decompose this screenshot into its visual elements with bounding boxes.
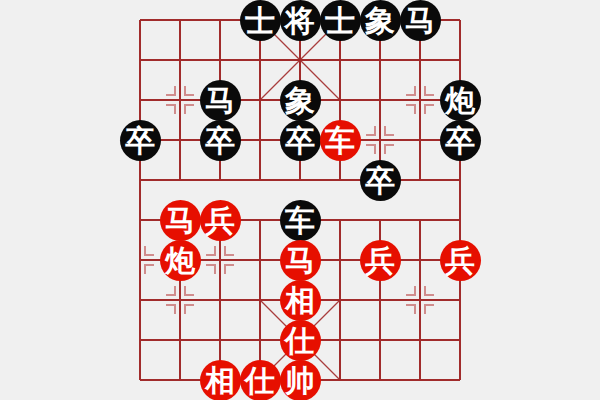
board-point[interactable]: 士	[240, 0, 280, 40]
red-soldier[interactable]: 兵	[440, 240, 481, 281]
black-cannon[interactable]: 炮	[440, 80, 481, 121]
board-point[interactable]: 卒	[440, 120, 480, 160]
board-point[interactable]: 兵	[360, 240, 400, 280]
board-point[interactable]: 车	[280, 200, 320, 240]
board-point[interactable]: 相	[200, 360, 240, 400]
black-soldier[interactable]: 卒	[120, 120, 161, 161]
black-chariot[interactable]: 车	[280, 200, 321, 241]
board-point[interactable]: 马	[400, 0, 440, 40]
black-general[interactable]: 将	[280, 0, 321, 41]
board-point[interactable]: 卒	[200, 120, 240, 160]
board-point[interactable]: 帅	[280, 360, 320, 400]
black-soldier[interactable]: 卒	[280, 120, 321, 161]
board-point[interactable]: 相	[280, 280, 320, 320]
red-chariot[interactable]: 车	[320, 120, 361, 161]
board-point[interactable]: 兵	[200, 200, 240, 240]
xiangqi-board: 士将士象马马象炮卒卒卒车卒卒马兵车炮马兵兵相仕相仕帅	[0, 0, 600, 400]
red-horse[interactable]: 马	[280, 240, 321, 281]
board-point[interactable]: 象	[360, 0, 400, 40]
black-elephant[interactable]: 象	[280, 80, 321, 121]
black-advisor[interactable]: 士	[320, 0, 361, 41]
board-point[interactable]: 卒	[280, 120, 320, 160]
black-horse[interactable]: 马	[200, 80, 241, 121]
red-cannon[interactable]: 炮	[160, 240, 201, 281]
red-soldier[interactable]: 兵	[200, 200, 241, 241]
board-point[interactable]: 兵	[440, 240, 480, 280]
board-point[interactable]: 士	[320, 0, 360, 40]
black-soldier[interactable]: 卒	[440, 120, 481, 161]
board-point[interactable]: 炮	[160, 240, 200, 280]
board-point[interactable]: 马	[200, 80, 240, 120]
red-advisor[interactable]: 仕	[280, 320, 321, 361]
board-point[interactable]: 马	[280, 240, 320, 280]
black-horse[interactable]: 马	[400, 0, 441, 41]
black-elephant[interactable]: 象	[360, 0, 401, 41]
board-point[interactable]: 将	[280, 0, 320, 40]
red-elephant[interactable]: 相	[280, 280, 321, 321]
board-point[interactable]: 炮	[440, 80, 480, 120]
black-advisor[interactable]: 士	[240, 0, 281, 41]
board-point[interactable]: 仕	[280, 320, 320, 360]
red-soldier[interactable]: 兵	[360, 240, 401, 281]
board-point[interactable]: 仕	[240, 360, 280, 400]
board-point[interactable]: 车	[320, 120, 360, 160]
red-advisor[interactable]: 仕	[240, 360, 281, 400]
red-elephant[interactable]: 相	[200, 360, 241, 400]
board-point[interactable]: 卒	[360, 160, 400, 200]
board-point[interactable]: 卒	[120, 120, 160, 160]
red-general[interactable]: 帅	[280, 360, 321, 400]
black-soldier[interactable]: 卒	[200, 120, 241, 161]
red-horse[interactable]: 马	[160, 200, 201, 241]
board-point[interactable]: 象	[280, 80, 320, 120]
black-soldier[interactable]: 卒	[360, 160, 401, 201]
board-point[interactable]: 马	[160, 200, 200, 240]
board-grid[interactable]: 士将士象马马象炮卒卒卒车卒卒马兵车炮马兵兵相仕相仕帅	[120, 0, 480, 400]
